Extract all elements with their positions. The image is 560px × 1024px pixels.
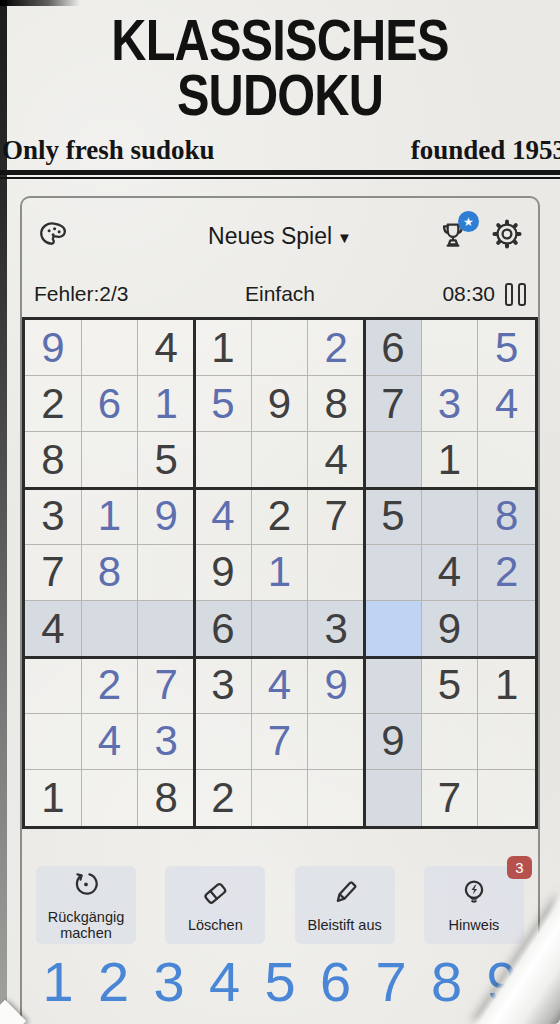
cell-r6c4[interactable]: 6 (195, 601, 252, 657)
cell-r6c5[interactable] (252, 601, 309, 657)
cell-r3c3[interactable]: 5 (138, 432, 195, 488)
cell-r7c8[interactable]: 5 (422, 657, 479, 713)
numpad-key-4[interactable]: 4 (203, 949, 247, 1014)
numpad-key-6[interactable]: 6 (314, 949, 358, 1014)
cell-r8c4[interactable] (195, 714, 252, 770)
new-game-label: Neues Spiel (208, 223, 332, 249)
tagline-row: Only fresh sudoku founded 1953 (0, 135, 560, 166)
cell-r1c9[interactable]: 5 (478, 320, 535, 376)
numpad-key-1[interactable]: 1 (36, 949, 80, 1014)
eraser-icon (199, 877, 231, 913)
hint-count-badge: 3 (507, 856, 532, 879)
cell-r1c4[interactable]: 1 (195, 320, 252, 376)
cell-r9c8[interactable]: 7 (422, 770, 479, 826)
pencil-toggle-button[interactable]: Bleistift aus (295, 866, 395, 944)
cell-r6c3[interactable] (138, 601, 195, 657)
cell-r6c6[interactable]: 3 (308, 601, 365, 657)
cell-r7c1[interactable] (25, 657, 82, 713)
cell-r1c1[interactable]: 9 (25, 320, 82, 376)
pause-button[interactable] (505, 283, 526, 306)
cell-r2c5[interactable]: 9 (252, 376, 309, 432)
number-pad: 123456789 (36, 946, 524, 1016)
cell-r3c7[interactable] (365, 432, 422, 488)
cell-r8c3[interactable]: 3 (138, 714, 195, 770)
undo-label: Rückgängig machen (36, 909, 136, 941)
cell-r3c5[interactable] (252, 432, 309, 488)
cell-r2c2[interactable]: 6 (82, 376, 139, 432)
hint-button[interactable]: 3 Hinweis (424, 866, 524, 944)
masthead-rule (0, 170, 560, 180)
cell-r1c2[interactable] (82, 320, 139, 376)
cell-r6c7[interactable] (365, 601, 422, 657)
cell-r7c7[interactable] (365, 657, 422, 713)
cell-r9c3[interactable]: 8 (138, 770, 195, 826)
cell-r6c2[interactable] (82, 601, 139, 657)
cell-r4c2[interactable]: 1 (82, 489, 139, 545)
cell-r3c9[interactable] (478, 432, 535, 488)
cell-r8c7[interactable]: 9 (365, 714, 422, 770)
cell-r4c5[interactable]: 2 (252, 489, 309, 545)
cell-r5c2[interactable]: 8 (82, 545, 139, 601)
action-toolbar: Rückgängig machen Löschen (36, 866, 524, 944)
cell-r8c2[interactable]: 4 (82, 714, 139, 770)
page-top-edge (0, 0, 80, 6)
cell-r9c5[interactable] (252, 770, 309, 826)
cell-r5c4[interactable]: 9 (195, 545, 252, 601)
cell-r2c8[interactable]: 3 (422, 376, 479, 432)
cell-r9c6[interactable] (308, 770, 365, 826)
masthead: KLASSISCHES SUDOKU Only fresh sudoku fou… (0, 0, 560, 180)
settings-button[interactable] (490, 219, 524, 253)
page-title: KLASSISCHES (45, 12, 515, 67)
cell-r4c8[interactable] (422, 489, 479, 545)
status-bar: Fehler:2/3 Einfach 08:30 (34, 280, 526, 308)
cell-r7c3[interactable]: 7 (138, 657, 195, 713)
cell-r7c6[interactable]: 9 (308, 657, 365, 713)
cell-r9c9[interactable] (478, 770, 535, 826)
cell-r2c1[interactable]: 2 (25, 376, 82, 432)
undo-icon (70, 869, 102, 905)
cell-r4c9[interactable]: 8 (478, 489, 535, 545)
cell-r2c4[interactable]: 5 (195, 376, 252, 432)
cell-r8c1[interactable] (25, 714, 82, 770)
cell-r5c1[interactable]: 7 (25, 545, 82, 601)
cell-r4c4[interactable]: 4 (195, 489, 252, 545)
numpad-key-7[interactable]: 7 (369, 949, 413, 1014)
cell-r7c4[interactable]: 3 (195, 657, 252, 713)
cell-r5c7[interactable] (365, 545, 422, 601)
cell-r4c6[interactable]: 7 (308, 489, 365, 545)
cell-r3c2[interactable] (82, 432, 139, 488)
cell-r7c2[interactable]: 2 (82, 657, 139, 713)
cell-r1c6[interactable]: 2 (308, 320, 365, 376)
cell-r9c7[interactable] (365, 770, 422, 826)
cell-r8c8[interactable] (422, 714, 479, 770)
pencil-icon (329, 877, 361, 913)
cell-r3c8[interactable]: 1 (422, 432, 479, 488)
cell-r9c2[interactable] (82, 770, 139, 826)
cell-r5c9[interactable]: 2 (478, 545, 535, 601)
numpad-key-3[interactable]: 3 (147, 949, 191, 1014)
cell-r1c7[interactable]: 6 (365, 320, 422, 376)
cell-r4c3[interactable]: 9 (138, 489, 195, 545)
hint-label: Hinweis (449, 917, 500, 933)
trophy-button[interactable]: ★ (436, 219, 470, 253)
pencil-label: Bleistift aus (308, 917, 382, 933)
cell-r5c3[interactable] (138, 545, 195, 601)
erase-label: Löschen (188, 917, 243, 933)
cell-r1c8[interactable] (422, 320, 479, 376)
numpad-key-5[interactable]: 5 (258, 949, 302, 1014)
sudoku-grid: 9412652615987348541319427587891424639273… (22, 317, 538, 829)
chevron-down-icon: ▼ (337, 229, 352, 246)
numpad-key-8[interactable]: 8 (425, 949, 469, 1014)
hint-bulb-icon (458, 877, 490, 913)
cell-r3c1[interactable]: 8 (25, 432, 82, 488)
cell-r6c9[interactable] (478, 601, 535, 657)
cell-r8c9[interactable] (478, 714, 535, 770)
cell-r7c9[interactable]: 1 (478, 657, 535, 713)
cell-r9c1[interactable]: 1 (25, 770, 82, 826)
game-panel: Neues Spiel▼ ★ (20, 196, 540, 1024)
cell-r8c6[interactable] (308, 714, 365, 770)
cell-r5c6[interactable] (308, 545, 365, 601)
cell-r7c5[interactable]: 4 (252, 657, 309, 713)
erase-button[interactable]: Löschen (165, 866, 265, 944)
cell-r2c7[interactable]: 7 (365, 376, 422, 432)
cell-r3c4[interactable] (195, 432, 252, 488)
cell-r1c5[interactable] (252, 320, 309, 376)
cell-r2c3[interactable]: 1 (138, 376, 195, 432)
cell-r1c3[interactable]: 4 (138, 320, 195, 376)
page-left-edge (0, 0, 7, 1024)
numpad-key-9[interactable]: 9 (480, 949, 524, 1014)
page-title-line2: SUDOKU (45, 67, 515, 122)
numpad-key-2[interactable]: 2 (92, 949, 136, 1014)
trophy-star-badge: ★ (458, 211, 479, 232)
gear-icon (491, 218, 523, 254)
cell-r2c9[interactable]: 4 (478, 376, 535, 432)
undo-button[interactable]: Rückgängig machen (36, 866, 136, 944)
cell-r6c8[interactable]: 9 (422, 601, 479, 657)
timer: 08:30 (442, 282, 495, 306)
cell-r2c6[interactable]: 8 (308, 376, 365, 432)
cell-r4c7[interactable]: 5 (365, 489, 422, 545)
tagline-left: Only fresh sudoku (2, 135, 215, 166)
cell-r4c1[interactable]: 3 (25, 489, 82, 545)
cell-r9c4[interactable]: 2 (195, 770, 252, 826)
cell-r3c6[interactable]: 4 (308, 432, 365, 488)
cell-r5c8[interactable]: 4 (422, 545, 479, 601)
tagline-right: founded 1953 (411, 135, 560, 166)
cell-r5c5[interactable]: 1 (252, 545, 309, 601)
cell-r8c5[interactable]: 7 (252, 714, 309, 770)
cell-r6c1[interactable]: 4 (25, 601, 82, 657)
top-toolbar: Neues Spiel▼ ★ (36, 214, 524, 258)
